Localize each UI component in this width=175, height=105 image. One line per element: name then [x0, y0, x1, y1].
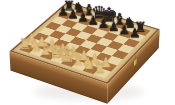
chess-set-photo: ♜♞♝♛♚♝♞♜♟♟♟♟♟♟♟♟♟♟♟♟♟♟♟♟♜♞♝♛♚♝♞♜ — [0, 0, 175, 105]
piece-black-king: ♚ — [100, 5, 117, 24]
square-h6 — [123, 38, 139, 47]
brass-clasp-icon — [134, 57, 138, 67]
piece-white-pawn: ♟ — [26, 32, 38, 45]
piece-black-queen: ♛ — [91, 4, 107, 21]
square-d5 — [76, 31, 92, 40]
piece-black-rook: ♜ — [134, 20, 146, 34]
piece-black-rook: ♜ — [63, 0, 75, 12]
square-d4 — [70, 37, 86, 46]
chess-box: ♜♞♝♛♚♝♞♜♟♟♟♟♟♟♟♟♟♟♟♟♟♟♟♟♜♞♝♛♚♝♞♜ — [9, 2, 159, 84]
